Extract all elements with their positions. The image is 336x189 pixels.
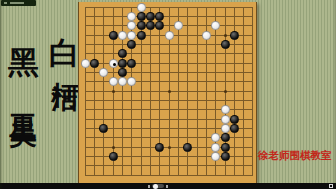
black-stone xyxy=(221,133,230,142)
black-stone xyxy=(146,21,155,30)
black-stone xyxy=(221,40,230,49)
white-stone xyxy=(165,31,174,40)
white-stone xyxy=(211,21,220,30)
stone-color-toggle[interactable] xyxy=(148,183,168,189)
black-stone xyxy=(127,40,136,49)
black-stone xyxy=(221,143,230,152)
toggle-left-tick xyxy=(148,185,150,188)
white-stone xyxy=(211,133,220,142)
grid-line-v xyxy=(243,7,244,175)
white-stone xyxy=(109,77,118,86)
grid-line-v xyxy=(252,7,253,175)
grid-line-v xyxy=(197,7,198,175)
star-point xyxy=(112,90,115,93)
white-stone xyxy=(137,3,146,12)
toggle-pill[interactable] xyxy=(152,184,164,188)
black-stone xyxy=(137,12,146,21)
white-stone xyxy=(127,21,136,30)
white-stone xyxy=(211,152,220,161)
black-stone xyxy=(155,21,164,30)
app-window: 黑 王星昊 白 柯洁 徐老师围棋教室 xyxy=(0,0,336,189)
black-player-name: 王星昊 xyxy=(10,92,37,101)
black-stone xyxy=(221,152,230,161)
white-stone xyxy=(99,68,108,77)
grid-line-h xyxy=(85,100,253,101)
last-move-marker xyxy=(113,63,116,66)
go-board[interactable] xyxy=(78,2,257,183)
toggle-right-tick xyxy=(166,185,168,188)
white-stone xyxy=(81,59,90,68)
black-stone xyxy=(99,124,108,133)
black-stone xyxy=(146,12,155,21)
white-stone xyxy=(127,12,136,21)
white-stone xyxy=(127,77,136,86)
white-stone xyxy=(174,21,183,30)
bottom-bar xyxy=(0,183,336,189)
white-stone xyxy=(211,143,220,152)
star-point xyxy=(168,146,171,149)
white-stone xyxy=(221,124,230,133)
white-stone xyxy=(202,31,211,40)
black-stone xyxy=(118,59,127,68)
black-stone xyxy=(137,21,146,30)
white-stone xyxy=(109,59,118,68)
black-stone xyxy=(155,12,164,21)
watermark-text: 徐老师围棋教室 xyxy=(258,149,334,163)
white-stone xyxy=(118,31,127,40)
black-stone xyxy=(230,115,239,124)
grid-line-v xyxy=(178,7,179,175)
black-stone xyxy=(109,152,118,161)
black-stone xyxy=(118,49,127,58)
black-stone xyxy=(109,31,118,40)
black-stone xyxy=(118,68,127,77)
black-stone xyxy=(230,31,239,40)
black-stone xyxy=(137,31,146,40)
star-point xyxy=(112,146,115,149)
white-player-name: 柯洁 xyxy=(52,60,79,66)
white-stone xyxy=(118,77,127,86)
black-stone xyxy=(127,59,136,68)
fullscreen-icon[interactable] xyxy=(329,184,333,188)
toggle-knob[interactable] xyxy=(153,184,158,189)
black-stone xyxy=(90,59,99,68)
star-point xyxy=(224,90,227,93)
star-point xyxy=(168,90,171,93)
black-stone xyxy=(183,143,192,152)
black-stone xyxy=(230,124,239,133)
white-stone xyxy=(221,105,230,114)
grid-line-h xyxy=(85,165,253,166)
window-title-chip xyxy=(1,0,36,6)
white-stone xyxy=(127,31,136,40)
grid-line-h xyxy=(85,175,253,176)
white-stone xyxy=(221,115,230,124)
black-stone xyxy=(155,143,164,152)
star-point xyxy=(224,34,227,37)
